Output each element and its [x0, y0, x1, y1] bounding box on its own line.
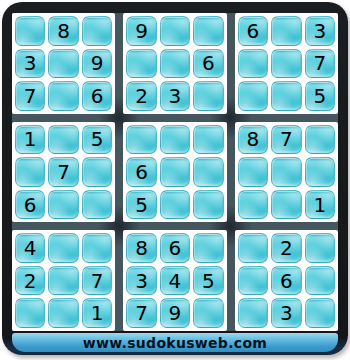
cell-r3c4[interactable]: 2 [126, 81, 156, 111]
cell-r6c4[interactable]: 5 [126, 190, 156, 220]
cell-r4c3[interactable]: 5 [82, 125, 112, 155]
cell-r1c3[interactable] [82, 16, 112, 46]
cell-r8c1[interactable]: 2 [15, 266, 45, 296]
footer-bar: www.sudokusweb.com [12, 333, 338, 352]
cell-r8c2[interactable] [48, 266, 78, 296]
cell-r5c7[interactable] [238, 157, 268, 187]
cell-r7c4[interactable]: 8 [126, 233, 156, 263]
cell-r2c1[interactable]: 3 [15, 49, 45, 79]
cell-r7c8[interactable]: 2 [271, 233, 301, 263]
cell-r4c9[interactable] [305, 125, 335, 155]
cell-r6c3[interactable] [82, 190, 112, 220]
cell-r7c7[interactable] [238, 233, 268, 263]
cell-r4c8[interactable]: 7 [271, 125, 301, 155]
cell-r6c9[interactable]: 1 [305, 190, 335, 220]
sudoku-board: 839769623637515766587142718634579263 [12, 13, 338, 331]
sudoku-board-frame: 839769623637515766587142718634579263 www… [2, 2, 348, 355]
box-2: 9623 [123, 13, 226, 114]
cell-r9c7[interactable] [238, 298, 268, 328]
cell-r1c5[interactable] [160, 16, 190, 46]
cell-r8c5[interactable]: 4 [160, 266, 190, 296]
box-9: 263 [235, 230, 338, 331]
cell-r3c1[interactable]: 7 [15, 81, 45, 111]
cell-r6c2[interactable] [48, 190, 78, 220]
cell-r6c1[interactable]: 6 [15, 190, 45, 220]
cell-r1c6[interactable] [193, 16, 223, 46]
cell-r1c9[interactable]: 3 [305, 16, 335, 46]
cell-r9c5[interactable]: 9 [160, 298, 190, 328]
cell-r5c9[interactable] [305, 157, 335, 187]
cell-r7c5[interactable]: 6 [160, 233, 190, 263]
cell-r5c4[interactable]: 6 [126, 157, 156, 187]
cell-r7c3[interactable] [82, 233, 112, 263]
cell-r1c1[interactable] [15, 16, 45, 46]
cell-r3c2[interactable] [48, 81, 78, 111]
cell-r4c4[interactable] [126, 125, 156, 155]
box-4: 1576 [12, 122, 115, 223]
cell-r8c8[interactable]: 6 [271, 266, 301, 296]
cell-r5c6[interactable] [193, 157, 223, 187]
cell-r3c8[interactable] [271, 81, 301, 111]
cell-r9c6[interactable] [193, 298, 223, 328]
cell-r9c3[interactable]: 1 [82, 298, 112, 328]
cell-r2c7[interactable] [238, 49, 268, 79]
cell-r7c9[interactable] [305, 233, 335, 263]
cell-r6c7[interactable] [238, 190, 268, 220]
cell-r6c5[interactable] [160, 190, 190, 220]
cell-r5c8[interactable] [271, 157, 301, 187]
box-1: 83976 [12, 13, 115, 114]
cell-r4c1[interactable]: 1 [15, 125, 45, 155]
box-3: 6375 [235, 13, 338, 114]
cell-r8c6[interactable]: 5 [193, 266, 223, 296]
cell-r8c7[interactable] [238, 266, 268, 296]
cell-r7c6[interactable] [193, 233, 223, 263]
cell-r4c7[interactable]: 8 [238, 125, 268, 155]
cell-r3c5[interactable]: 3 [160, 81, 190, 111]
cell-r8c3[interactable]: 7 [82, 266, 112, 296]
box-6: 871 [235, 122, 338, 223]
cell-r3c3[interactable]: 6 [82, 81, 112, 111]
cell-r5c5[interactable] [160, 157, 190, 187]
cell-r1c8[interactable] [271, 16, 301, 46]
cell-r2c6[interactable]: 6 [193, 49, 223, 79]
cell-r1c2[interactable]: 8 [48, 16, 78, 46]
cell-r2c3[interactable]: 9 [82, 49, 112, 79]
sudoku-page: 839769623637515766587142718634579263 www… [0, 0, 350, 360]
cell-r6c6[interactable] [193, 190, 223, 220]
cell-r5c2[interactable]: 7 [48, 157, 78, 187]
cell-r2c4[interactable] [126, 49, 156, 79]
box-8: 8634579 [123, 230, 226, 331]
cell-r9c9[interactable] [305, 298, 335, 328]
cell-r9c8[interactable]: 3 [271, 298, 301, 328]
cell-r2c5[interactable] [160, 49, 190, 79]
cell-r5c3[interactable] [82, 157, 112, 187]
cell-r8c4[interactable]: 3 [126, 266, 156, 296]
cell-r9c2[interactable] [48, 298, 78, 328]
cell-r1c7[interactable]: 6 [238, 16, 268, 46]
cell-r8c9[interactable] [305, 266, 335, 296]
website-link[interactable]: www.sudokusweb.com [83, 335, 267, 351]
cell-r4c6[interactable] [193, 125, 223, 155]
cell-r7c2[interactable] [48, 233, 78, 263]
cell-r5c1[interactable] [15, 157, 45, 187]
cell-r2c9[interactable]: 7 [305, 49, 335, 79]
box-5: 65 [123, 122, 226, 223]
cell-r6c8[interactable] [271, 190, 301, 220]
box-7: 4271 [12, 230, 115, 331]
cell-r2c2[interactable] [48, 49, 78, 79]
cell-r3c6[interactable] [193, 81, 223, 111]
cell-r4c5[interactable] [160, 125, 190, 155]
cell-r2c8[interactable] [271, 49, 301, 79]
cell-r3c9[interactable]: 5 [305, 81, 335, 111]
cell-r9c1[interactable] [15, 298, 45, 328]
cell-r4c2[interactable] [48, 125, 78, 155]
cell-r3c7[interactable] [238, 81, 268, 111]
cell-r7c1[interactable]: 4 [15, 233, 45, 263]
cell-r9c4[interactable]: 7 [126, 298, 156, 328]
cell-r1c4[interactable]: 9 [126, 16, 156, 46]
